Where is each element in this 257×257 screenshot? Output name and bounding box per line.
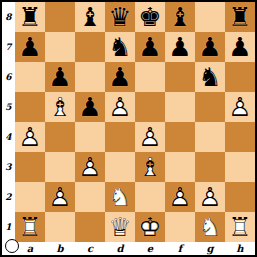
chess-board: 8♜♝♛♚♝♜7♟♞♟♟♟♟6♟♟♞5♝♗♟♟♙♟♙4♟♙♟♙3♟♙♝♗2♟♙♞… <box>2 2 255 242</box>
square-a3[interactable] <box>15 152 45 182</box>
square-b2[interactable]: ♟♙ <box>45 182 75 212</box>
piece-white-queen: ♛♕ <box>105 212 135 242</box>
square-e1[interactable]: ♚♔ <box>135 212 165 242</box>
piece-black-pawn: ♟ <box>195 32 225 62</box>
square-b1[interactable] <box>45 212 75 242</box>
piece-white-pawn: ♟♙ <box>15 122 45 152</box>
square-a2[interactable] <box>15 182 45 212</box>
square-g1[interactable]: ♞♘ <box>195 212 225 242</box>
square-f3[interactable] <box>165 152 195 182</box>
piece-white-bishop: ♝♗ <box>45 92 75 122</box>
square-h4[interactable] <box>225 122 255 152</box>
square-d7[interactable]: ♞ <box>105 32 135 62</box>
file-label-f: f <box>165 242 195 255</box>
square-g8[interactable] <box>195 2 225 32</box>
file-label-d: d <box>105 242 135 255</box>
rank-label-1: 1 <box>2 212 15 242</box>
square-h8[interactable]: ♜ <box>225 2 255 32</box>
square-c4[interactable] <box>75 122 105 152</box>
piece-white-rook: ♜♖ <box>15 212 45 242</box>
piece-white-pawn: ♟♙ <box>165 182 195 212</box>
piece-black-pawn: ♟ <box>165 32 195 62</box>
square-a4[interactable]: ♟♙ <box>15 122 45 152</box>
piece-black-knight: ♞ <box>195 62 225 92</box>
square-d5[interactable]: ♟♙ <box>105 92 135 122</box>
piece-black-pawn: ♟ <box>225 32 255 62</box>
square-b8[interactable] <box>45 2 75 32</box>
square-h1[interactable]: ♜♖ <box>225 212 255 242</box>
rank-label-8: 8 <box>2 2 15 32</box>
square-e8[interactable]: ♚ <box>135 2 165 32</box>
rank-label-3: 3 <box>2 152 15 182</box>
square-e5[interactable] <box>135 92 165 122</box>
piece-black-pawn: ♟ <box>105 62 135 92</box>
square-f5[interactable] <box>165 92 195 122</box>
square-c3[interactable]: ♟♙ <box>75 152 105 182</box>
file-label-c: c <box>75 242 105 255</box>
square-e4[interactable]: ♟♙ <box>135 122 165 152</box>
square-h2[interactable] <box>225 182 255 212</box>
piece-white-pawn: ♟♙ <box>45 182 75 212</box>
piece-white-pawn: ♟♙ <box>135 122 165 152</box>
square-g6[interactable]: ♞ <box>195 62 225 92</box>
square-e7[interactable]: ♟ <box>135 32 165 62</box>
square-a6[interactable] <box>15 62 45 92</box>
piece-black-pawn: ♟ <box>75 92 105 122</box>
square-c2[interactable] <box>75 182 105 212</box>
piece-white-knight: ♞♘ <box>105 182 135 212</box>
file-label-a: a <box>15 242 45 255</box>
rank-label-5: 5 <box>2 92 15 122</box>
square-f1[interactable] <box>165 212 195 242</box>
square-d2[interactable]: ♞♘ <box>105 182 135 212</box>
piece-white-pawn: ♟♙ <box>225 92 255 122</box>
chess-diagram: 8♜♝♛♚♝♜7♟♞♟♟♟♟6♟♟♞5♝♗♟♟♙♟♙4♟♙♟♙3♟♙♝♗2♟♙♞… <box>0 0 257 257</box>
file-label-h: h <box>225 242 255 255</box>
square-c1[interactable] <box>75 212 105 242</box>
piece-black-king: ♚ <box>135 2 165 32</box>
square-d8[interactable]: ♛ <box>105 2 135 32</box>
piece-black-knight: ♞ <box>105 32 135 62</box>
square-h6[interactable] <box>225 62 255 92</box>
piece-white-pawn: ♟♙ <box>75 152 105 182</box>
square-b5[interactable]: ♝♗ <box>45 92 75 122</box>
piece-black-bishop: ♝ <box>165 2 195 32</box>
piece-white-pawn: ♟♙ <box>105 92 135 122</box>
square-e2[interactable] <box>135 182 165 212</box>
piece-black-pawn: ♟ <box>15 32 45 62</box>
square-g5[interactable] <box>195 92 225 122</box>
square-b6[interactable]: ♟ <box>45 62 75 92</box>
square-d6[interactable]: ♟ <box>105 62 135 92</box>
square-c8[interactable]: ♝ <box>75 2 105 32</box>
square-f2[interactable]: ♟♙ <box>165 182 195 212</box>
rank-label-4: 4 <box>2 122 15 152</box>
square-d3[interactable] <box>105 152 135 182</box>
square-a7[interactable]: ♟ <box>15 32 45 62</box>
square-e6[interactable] <box>135 62 165 92</box>
piece-black-rook: ♜ <box>15 2 45 32</box>
file-label-e: e <box>135 242 165 255</box>
square-h7[interactable]: ♟ <box>225 32 255 62</box>
square-c6[interactable] <box>75 62 105 92</box>
piece-white-pawn: ♟♙ <box>195 182 225 212</box>
square-d1[interactable]: ♛♕ <box>105 212 135 242</box>
square-g7[interactable]: ♟ <box>195 32 225 62</box>
square-f6[interactable] <box>165 62 195 92</box>
piece-white-knight: ♞♘ <box>195 212 225 242</box>
rank-label-7: 7 <box>2 32 15 62</box>
square-a5[interactable] <box>15 92 45 122</box>
rank-label-6: 6 <box>2 62 15 92</box>
file-label-row: abcdefgh <box>2 242 255 255</box>
square-f7[interactable]: ♟ <box>165 32 195 62</box>
square-g2[interactable]: ♟♙ <box>195 182 225 212</box>
piece-black-pawn: ♟ <box>135 32 165 62</box>
piece-white-bishop: ♝♗ <box>135 152 165 182</box>
square-f4[interactable] <box>165 122 195 152</box>
piece-black-rook: ♜ <box>225 2 255 32</box>
piece-black-queen: ♛ <box>105 2 135 32</box>
rank-label-2: 2 <box>2 182 15 212</box>
square-b4[interactable] <box>45 122 75 152</box>
piece-white-rook: ♜♖ <box>225 212 255 242</box>
piece-white-king: ♚♔ <box>135 212 165 242</box>
square-h5[interactable]: ♟♙ <box>225 92 255 122</box>
square-h3[interactable] <box>225 152 255 182</box>
square-g3[interactable] <box>195 152 225 182</box>
square-a1[interactable]: ♜♖ <box>15 212 45 242</box>
square-g4[interactable] <box>195 122 225 152</box>
square-f8[interactable]: ♝ <box>165 2 195 32</box>
square-d4[interactable] <box>105 122 135 152</box>
square-a8[interactable]: ♜ <box>15 2 45 32</box>
piece-black-pawn: ♟ <box>45 62 75 92</box>
file-label-b: b <box>45 242 75 255</box>
corner-cell <box>2 242 15 255</box>
square-e3[interactable]: ♝♗ <box>135 152 165 182</box>
file-label-g: g <box>195 242 225 255</box>
white-to-move-indicator <box>5 239 19 253</box>
square-b7[interactable] <box>45 32 75 62</box>
square-b3[interactable] <box>45 152 75 182</box>
square-c7[interactable] <box>75 32 105 62</box>
square-c5[interactable]: ♟ <box>75 92 105 122</box>
piece-black-bishop: ♝ <box>75 2 105 32</box>
